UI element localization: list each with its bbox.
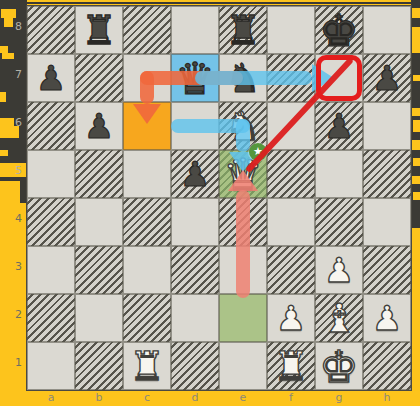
file-label-h: h: [363, 391, 411, 404]
arrow-move-shaft: [236, 190, 250, 298]
square-b5[interactable]: [75, 150, 123, 198]
file-label-c: c: [123, 391, 171, 404]
piece-black-pawn-a7[interactable]: ♟: [27, 54, 75, 102]
pixel-decoration: [0, 46, 8, 53]
square-e1[interactable]: [219, 342, 267, 390]
square-c8[interactable]: [123, 6, 171, 54]
file-label-e: e: [219, 391, 267, 404]
file-label-f: f: [267, 391, 315, 404]
piece-white-pawn-f2[interactable]: ♟: [267, 294, 315, 342]
square-h1[interactable]: [363, 342, 411, 390]
square-h3[interactable]: [363, 246, 411, 294]
square-f8[interactable]: [267, 6, 315, 54]
file-label-b: b: [75, 391, 123, 404]
rank-label-8: 8: [0, 20, 22, 33]
square-d4[interactable]: [171, 198, 219, 246]
square-f3[interactable]: [267, 246, 315, 294]
square-d2[interactable]: [171, 294, 219, 342]
piece-white-king-g1[interactable]: ♚: [315, 342, 363, 390]
rank-label-7: 7: [0, 68, 22, 81]
square-h4[interactable]: [363, 198, 411, 246]
pixel-decoration: [0, 181, 20, 203]
square-a2[interactable]: [27, 294, 75, 342]
square-c2[interactable]: [123, 294, 171, 342]
square-b4[interactable]: [75, 198, 123, 246]
pixel-art-frame-right: [411, 0, 420, 228]
square-g5[interactable]: [315, 150, 363, 198]
piece-white-rook-c1[interactable]: ♜: [123, 342, 171, 390]
piece-black-pawn-h7[interactable]: ♟: [363, 54, 411, 102]
piece-black-pawn-d5[interactable]: ♟: [171, 150, 219, 198]
square-a5[interactable]: [27, 150, 75, 198]
file-label-g: g: [315, 391, 363, 404]
piece-white-rook-f1[interactable]: ♜: [267, 342, 315, 390]
chess-board[interactable]: ♜♜♚♟♛♞♟♟♟♞♟♛♟♟♝♟♜♜♚★: [27, 6, 411, 390]
square-a8[interactable]: [27, 6, 75, 54]
square-a6[interactable]: [27, 102, 75, 150]
rank-label-4: 4: [0, 212, 22, 225]
square-b7[interactable]: [75, 54, 123, 102]
arrow-orange-shaft: [140, 71, 154, 104]
pixel-decoration: [411, 27, 420, 53]
square-d8[interactable]: [171, 6, 219, 54]
square-a1[interactable]: [27, 342, 75, 390]
square-c3[interactable]: [123, 246, 171, 294]
arrow-move-head: [228, 170, 258, 191]
square-b3[interactable]: [75, 246, 123, 294]
pixel-decoration: [413, 75, 420, 81]
rank-label-5: 5: [0, 164, 22, 177]
piece-black-rook-e8[interactable]: ♜: [219, 6, 267, 54]
pixel-decoration: [411, 8, 420, 18]
file-label-d: d: [171, 391, 219, 404]
square-a3[interactable]: [27, 246, 75, 294]
square-h6[interactable]: [363, 102, 411, 150]
square-e2[interactable]: [219, 294, 267, 342]
square-b1[interactable]: [75, 342, 123, 390]
piece-white-pawn-h2[interactable]: ♟: [363, 294, 411, 342]
file-label-a: a: [27, 391, 75, 404]
arrow-cyan-shaft: [195, 71, 312, 85]
rank-label-1: 1: [0, 356, 22, 369]
pixel-decoration: [0, 92, 6, 102]
square-h5[interactable]: [363, 150, 411, 198]
pixel-decoration: [0, 150, 8, 156]
square-d3[interactable]: [171, 246, 219, 294]
square-c5[interactable]: [123, 150, 171, 198]
arrow-cyan-shaft: [236, 119, 250, 152]
pixel-decoration: [411, 176, 420, 184]
rank-label-2: 2: [0, 308, 22, 321]
chess-app-screenshot: ♜♜♚♟♛♞♟♟♟♞♟♛♟♟♝♟♜♜♚★ 87654321 abcdefgh: [0, 0, 420, 406]
piece-black-king-g8[interactable]: ♚: [315, 6, 363, 54]
square-f4[interactable]: [267, 198, 315, 246]
square-h8[interactable]: [363, 6, 411, 54]
pixel-decoration: [2, 53, 14, 59]
pixel-decoration: [413, 120, 420, 132]
piece-white-pawn-g3[interactable]: ♟: [315, 246, 363, 294]
square-d1[interactable]: [171, 342, 219, 390]
rank-label-3: 3: [0, 260, 22, 273]
piece-white-bishop-g2[interactable]: ♝: [315, 294, 363, 342]
pixel-decoration: [413, 192, 420, 200]
warning-outline-square-g7: [316, 55, 362, 101]
square-c4[interactable]: [123, 198, 171, 246]
pixel-decoration: [411, 140, 420, 150]
rank-label-6: 6: [0, 116, 22, 129]
pixel-decoration: [413, 158, 420, 166]
square-f5[interactable]: [267, 150, 315, 198]
square-b2[interactable]: [75, 294, 123, 342]
pixel-decoration: [411, 108, 420, 116]
square-g4[interactable]: [315, 198, 363, 246]
frame-top-line: [0, 2, 420, 4]
piece-black-rook-b8[interactable]: ♜: [75, 6, 123, 54]
piece-black-pawn-b6[interactable]: ♟: [75, 102, 123, 150]
piece-black-pawn-g6[interactable]: ♟: [315, 102, 363, 150]
square-a4[interactable]: [27, 198, 75, 246]
arrow-orange-head: [133, 104, 161, 124]
